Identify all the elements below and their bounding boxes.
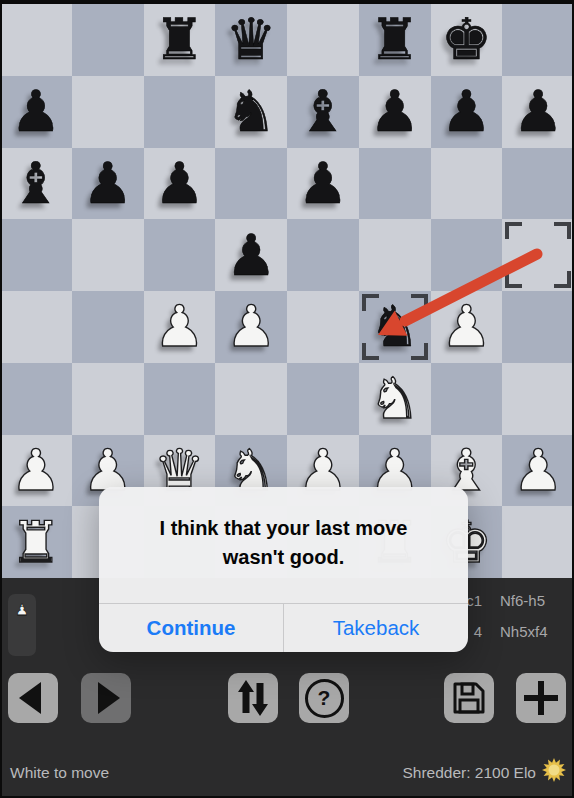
square-b7[interactable] [72,76,144,148]
plus-icon [516,673,566,723]
white-knight: ♞ [369,370,420,427]
square-g6[interactable] [431,148,503,220]
app-screen: ♜♛♜♚♟♞♝♟♟♟♝♟♟♟♟♟♟♞♟♞♟♟♛♞♟♟♝♟♜♜♚ ♟ c1 Nf6… [0,0,574,798]
black-pawn: ♟ [82,155,133,212]
square-d6[interactable] [215,148,287,220]
square-c3[interactable] [144,363,216,435]
square-h2[interactable]: ♟ [502,435,574,507]
square-e8[interactable] [287,4,359,76]
black-pawn: ♟ [10,83,61,140]
black-bishop: ♝ [297,83,348,140]
move-list-row: c1 Nf6-h5 [466,592,568,609]
square-a5[interactable] [0,219,72,291]
square-c7[interactable] [144,76,216,148]
square-h5[interactable] [502,219,574,291]
black-pawn: ♟ [441,83,492,140]
square-f8[interactable]: ♜ [359,4,431,76]
back-button[interactable] [8,673,58,723]
square-e6[interactable]: ♟ [287,148,359,220]
left-triangle-icon [8,673,58,723]
black-pawn: ♟ [297,155,348,212]
square-a1[interactable]: ♜ [0,506,72,578]
square-h3[interactable] [502,363,574,435]
black-move: Nf6-h5 [500,592,568,609]
white-pawn: ♟ [154,298,205,355]
square-b5[interactable] [72,219,144,291]
square-b8[interactable] [72,4,144,76]
black-rook: ♜ [154,11,205,68]
square-f7[interactable]: ♟ [359,76,431,148]
black-queen: ♛ [226,11,277,68]
square-a4[interactable] [0,291,72,363]
white-pawn: ♟ [10,442,61,499]
alert-dialog: I think that your last move wasn't good.… [99,487,468,652]
square-b6[interactable]: ♟ [72,148,144,220]
black-knight: ♞ [226,83,277,140]
black-pawn: ♟ [226,227,277,284]
white-move-fragment: c1 [466,592,482,609]
square-c4[interactable]: ♟ [144,291,216,363]
turn-status: White to move [10,764,109,782]
square-b3[interactable] [72,363,144,435]
forward-button[interactable] [81,673,131,723]
square-f4[interactable]: ♞ [359,291,431,363]
square-a8[interactable] [0,4,72,76]
square-g8[interactable]: ♚ [431,4,503,76]
alert-button-row: Continue Takeback [99,603,468,652]
square-c8[interactable]: ♜ [144,4,216,76]
square-h6[interactable] [502,148,574,220]
white-pawn: ♟ [441,298,492,355]
right-triangle-icon [81,673,131,723]
square-e3[interactable] [287,363,359,435]
square-a7[interactable]: ♟ [0,76,72,148]
save-button[interactable] [444,673,494,723]
black-rook: ♜ [369,11,420,68]
move-list-row: 4 Nh5xf4 [474,623,568,640]
white-rook: ♜ [10,514,61,571]
square-f6[interactable] [359,148,431,220]
continue-button[interactable]: Continue [99,604,283,652]
alert-message-line1: I think that your last move [160,514,408,543]
question-circle-icon: ? [305,679,344,718]
square-h4[interactable] [502,291,574,363]
top-border [0,0,574,4]
alert-message-line2: wasn't good. [223,543,344,572]
black-king: ♚ [441,11,492,68]
black-pawn: ♟ [513,83,564,140]
white-pawn: ♟ [513,442,564,499]
square-f5[interactable] [359,219,431,291]
black-bishop: ♝ [10,155,61,212]
takeback-button[interactable]: Takeback [283,604,468,652]
square-c6[interactable]: ♟ [144,148,216,220]
square-a3[interactable] [0,363,72,435]
square-d3[interactable] [215,363,287,435]
pieces-tab-button[interactable]: ♟ [8,594,36,656]
square-g7[interactable]: ♟ [431,76,503,148]
square-a2[interactable]: ♟ [0,435,72,507]
square-h7[interactable]: ♟ [502,76,574,148]
black-pawn: ♟ [369,83,420,140]
switch-sides-button[interactable] [228,673,278,723]
square-h8[interactable] [502,4,574,76]
square-g5[interactable] [431,219,503,291]
sun-elo-icon [542,758,566,782]
square-d7[interactable]: ♞ [215,76,287,148]
white-pawn: ♟ [226,298,277,355]
black-pawn: ♟ [154,155,205,212]
square-e4[interactable] [287,291,359,363]
white-pawn-icon: ♟ [15,603,28,656]
hint-button[interactable]: ? [299,673,349,723]
square-b4[interactable] [72,291,144,363]
last-move-marker-h5 [502,219,574,291]
black-knight: ♞ [369,298,420,355]
square-d8[interactable]: ♛ [215,4,287,76]
square-g4[interactable]: ♟ [431,291,503,363]
square-e5[interactable] [287,219,359,291]
up-down-arrows-icon [228,673,278,723]
square-c5[interactable] [144,219,216,291]
square-e7[interactable]: ♝ [287,76,359,148]
black-move: Nh5xf4 [500,623,568,640]
engine-strength: Shredder: 2100 Elo [402,764,536,782]
new-game-button[interactable] [516,673,566,723]
square-a6[interactable]: ♝ [0,148,72,220]
square-f3[interactable]: ♞ [359,363,431,435]
alert-message: I think that your last move wasn't good. [99,487,468,603]
square-d4[interactable]: ♟ [215,291,287,363]
square-h1[interactable] [502,506,574,578]
white-move-fragment: 4 [474,623,482,640]
square-d5[interactable]: ♟ [215,219,287,291]
square-g3[interactable] [431,363,503,435]
floppy-disk-icon [444,673,494,723]
